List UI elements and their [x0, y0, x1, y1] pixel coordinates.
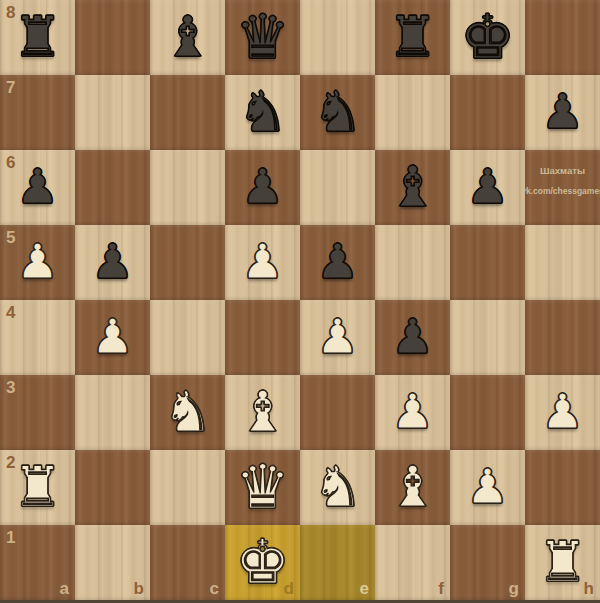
square-b8[interactable]	[75, 0, 150, 75]
rank-label-6: 6	[6, 153, 15, 173]
square-g6[interactable]: ♟	[450, 150, 525, 225]
square-g8[interactable]: ♚	[450, 0, 525, 75]
white-rook[interactable]: ♜	[12, 450, 62, 524]
square-d6[interactable]: ♟	[225, 150, 300, 225]
chess-app-screenshot: 8♜♝♛♜♚7♞♞♟6♟♟♝♟5♟♟♟♟4♟♟♟3♞♝♟♟2♜♛♞♝♟1abcd…	[0, 0, 600, 603]
square-a5[interactable]: 5♟	[0, 225, 75, 300]
white-knight[interactable]: ♞	[162, 375, 212, 449]
white-pawn[interactable]: ♟	[391, 375, 434, 449]
square-f2[interactable]: ♝	[375, 450, 450, 525]
square-f3[interactable]: ♟	[375, 375, 450, 450]
square-e1[interactable]: e	[300, 525, 375, 600]
square-a1[interactable]: 1a	[0, 525, 75, 600]
white-bishop[interactable]: ♝	[237, 375, 287, 449]
square-c8[interactable]: ♝	[150, 0, 225, 75]
square-c1[interactable]: c	[150, 525, 225, 600]
square-d8[interactable]: ♛	[225, 0, 300, 75]
square-a3[interactable]: 3	[0, 375, 75, 450]
square-e3[interactable]	[300, 375, 375, 450]
rank-label-8: 8	[6, 3, 15, 23]
white-pawn[interactable]: ♟	[466, 450, 509, 524]
black-king[interactable]: ♚	[460, 0, 515, 74]
square-a7[interactable]: 7	[0, 75, 75, 150]
black-pawn[interactable]: ♟	[541, 75, 584, 149]
white-bishop[interactable]: ♝	[387, 450, 437, 524]
black-pawn[interactable]: ♟	[466, 150, 509, 224]
chess-board: 8♜♝♛♜♚7♞♞♟6♟♟♝♟5♟♟♟♟4♟♟♟3♞♝♟♟2♜♛♞♝♟1abcd…	[0, 0, 600, 600]
square-f8[interactable]: ♜	[375, 0, 450, 75]
square-b2[interactable]	[75, 450, 150, 525]
black-rook[interactable]: ♜	[12, 0, 62, 74]
square-e5[interactable]: ♟	[300, 225, 375, 300]
square-h1[interactable]: h♜	[525, 525, 600, 600]
file-label-d: d	[284, 579, 294, 599]
black-bishop[interactable]: ♝	[162, 0, 212, 74]
square-c2[interactable]	[150, 450, 225, 525]
rank-label-5: 5	[6, 228, 15, 248]
square-d5[interactable]: ♟	[225, 225, 300, 300]
black-pawn[interactable]: ♟	[391, 300, 434, 374]
black-pawn[interactable]: ♟	[16, 150, 59, 224]
square-e6[interactable]	[300, 150, 375, 225]
square-b3[interactable]	[75, 375, 150, 450]
rank-label-4: 4	[6, 303, 15, 323]
square-h4[interactable]	[525, 300, 600, 375]
white-pawn[interactable]: ♟	[541, 375, 584, 449]
square-c5[interactable]	[150, 225, 225, 300]
square-e4[interactable]: ♟	[300, 300, 375, 375]
black-pawn[interactable]: ♟	[316, 225, 359, 299]
square-b1[interactable]: b	[75, 525, 150, 600]
square-c6[interactable]	[150, 150, 225, 225]
square-e7[interactable]: ♞	[300, 75, 375, 150]
square-f1[interactable]: f	[375, 525, 450, 600]
square-g5[interactable]	[450, 225, 525, 300]
square-c7[interactable]	[150, 75, 225, 150]
file-label-e: e	[360, 579, 369, 599]
white-pawn[interactable]: ♟	[91, 300, 134, 374]
square-b7[interactable]	[75, 75, 150, 150]
square-g4[interactable]	[450, 300, 525, 375]
square-d4[interactable]	[225, 300, 300, 375]
square-c3[interactable]: ♞	[150, 375, 225, 450]
black-rook[interactable]: ♜	[387, 0, 437, 74]
square-f6[interactable]: ♝	[375, 150, 450, 225]
square-d2[interactable]: ♛	[225, 450, 300, 525]
file-label-b: b	[134, 579, 144, 599]
square-b5[interactable]: ♟	[75, 225, 150, 300]
square-d3[interactable]: ♝	[225, 375, 300, 450]
white-pawn[interactable]: ♟	[16, 225, 59, 299]
file-label-h: h	[584, 579, 594, 599]
square-g7[interactable]	[450, 75, 525, 150]
square-d1[interactable]: d♚	[225, 525, 300, 600]
square-h8[interactable]	[525, 0, 600, 75]
square-h6[interactable]	[525, 150, 600, 225]
square-f5[interactable]	[375, 225, 450, 300]
square-b6[interactable]	[75, 150, 150, 225]
square-h5[interactable]	[525, 225, 600, 300]
black-knight[interactable]: ♞	[312, 75, 362, 149]
file-label-f: f	[438, 579, 444, 599]
square-e8[interactable]	[300, 0, 375, 75]
file-label-g: g	[509, 579, 519, 599]
square-g2[interactable]: ♟	[450, 450, 525, 525]
black-knight[interactable]: ♞	[237, 75, 287, 149]
square-h7[interactable]: ♟	[525, 75, 600, 150]
square-g1[interactable]: g	[450, 525, 525, 600]
square-b4[interactable]: ♟	[75, 300, 150, 375]
square-h2[interactable]	[525, 450, 600, 525]
black-pawn[interactable]: ♟	[91, 225, 134, 299]
square-a4[interactable]: 4	[0, 300, 75, 375]
rank-label-7: 7	[6, 78, 15, 98]
square-d7[interactable]: ♞	[225, 75, 300, 150]
file-label-a: a	[60, 579, 69, 599]
square-f4[interactable]: ♟	[375, 300, 450, 375]
rank-label-2: 2	[6, 453, 15, 473]
square-a2[interactable]: 2♜	[0, 450, 75, 525]
square-e2[interactable]: ♞	[300, 450, 375, 525]
square-a6[interactable]: 6♟	[0, 150, 75, 225]
square-a8[interactable]: 8♜	[0, 0, 75, 75]
white-queen[interactable]: ♛	[235, 450, 290, 524]
white-pawn[interactable]: ♟	[316, 300, 359, 374]
black-pawn[interactable]: ♟	[241, 150, 284, 224]
rank-label-3: 3	[6, 378, 15, 398]
black-bishop[interactable]: ♝	[387, 150, 437, 224]
file-label-c: c	[210, 579, 219, 599]
black-queen[interactable]: ♛	[235, 0, 290, 74]
white-king[interactable]: ♚	[235, 525, 290, 599]
square-c4[interactable]	[150, 300, 225, 375]
square-f7[interactable]	[375, 75, 450, 150]
white-pawn[interactable]: ♟	[241, 225, 284, 299]
white-knight[interactable]: ♞	[312, 450, 362, 524]
rank-label-1: 1	[6, 528, 15, 548]
square-h3[interactable]: ♟	[525, 375, 600, 450]
square-g3[interactable]	[450, 375, 525, 450]
white-rook[interactable]: ♜	[537, 525, 587, 599]
